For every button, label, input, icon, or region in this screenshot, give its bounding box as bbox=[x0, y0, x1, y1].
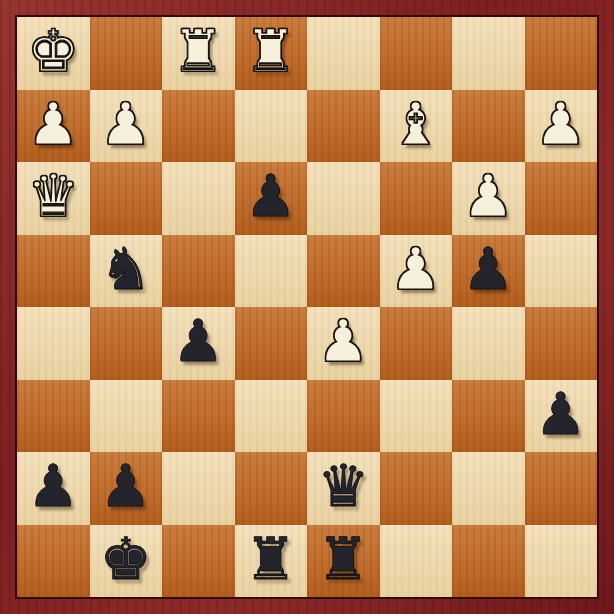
square-d6[interactable]: ♟ bbox=[235, 162, 308, 235]
black-rook-piece[interactable]: ♜ bbox=[245, 530, 297, 588]
white-pawn-piece[interactable]: ♟ bbox=[390, 240, 442, 298]
black-pawn-piece[interactable]: ♟ bbox=[535, 385, 587, 443]
square-f8[interactable] bbox=[380, 17, 453, 90]
black-pawn-piece[interactable]: ♟ bbox=[245, 167, 297, 225]
square-d7[interactable] bbox=[235, 90, 308, 163]
black-knight-piece[interactable]: ♞ bbox=[100, 240, 152, 298]
square-b2[interactable]: ♟ bbox=[90, 452, 163, 525]
square-d4[interactable] bbox=[235, 307, 308, 380]
square-a6[interactable]: ♛ bbox=[17, 162, 90, 235]
black-rook-piece[interactable]: ♜ bbox=[317, 530, 369, 588]
square-c2[interactable] bbox=[162, 452, 235, 525]
square-e7[interactable] bbox=[307, 90, 380, 163]
square-c8[interactable]: ♜ bbox=[162, 17, 235, 90]
square-c5[interactable] bbox=[162, 235, 235, 308]
white-pawn-piece[interactable]: ♟ bbox=[462, 167, 514, 225]
square-h6[interactable] bbox=[525, 162, 598, 235]
square-c4[interactable]: ♟ bbox=[162, 307, 235, 380]
square-a1[interactable] bbox=[17, 525, 90, 598]
square-c1[interactable] bbox=[162, 525, 235, 598]
black-pawn-piece[interactable]: ♟ bbox=[100, 457, 152, 515]
square-g5[interactable]: ♟ bbox=[452, 235, 525, 308]
square-f2[interactable] bbox=[380, 452, 453, 525]
white-pawn-piece[interactable]: ♟ bbox=[535, 95, 587, 153]
square-h8[interactable] bbox=[525, 17, 598, 90]
white-pawn-piece[interactable]: ♟ bbox=[27, 95, 79, 153]
square-e5[interactable] bbox=[307, 235, 380, 308]
square-a4[interactable] bbox=[17, 307, 90, 380]
square-f6[interactable] bbox=[380, 162, 453, 235]
square-c6[interactable] bbox=[162, 162, 235, 235]
board-frame: ♚♜♜♟♟♝♟♛♟♟♞♟♟♟♟♟♟♟♛♚♜♜ bbox=[0, 0, 614, 614]
square-h7[interactable]: ♟ bbox=[525, 90, 598, 163]
square-g4[interactable] bbox=[452, 307, 525, 380]
white-pawn-piece[interactable]: ♟ bbox=[317, 312, 369, 370]
black-pawn-piece[interactable]: ♟ bbox=[27, 457, 79, 515]
chess-board: ♚♜♜♟♟♝♟♛♟♟♞♟♟♟♟♟♟♟♛♚♜♜ bbox=[15, 15, 599, 599]
white-rook-piece[interactable]: ♜ bbox=[172, 22, 224, 80]
square-d2[interactable] bbox=[235, 452, 308, 525]
square-e2[interactable]: ♛ bbox=[307, 452, 380, 525]
black-queen-piece[interactable]: ♛ bbox=[317, 457, 369, 515]
square-a2[interactable]: ♟ bbox=[17, 452, 90, 525]
square-d1[interactable]: ♜ bbox=[235, 525, 308, 598]
square-a5[interactable] bbox=[17, 235, 90, 308]
black-king-piece[interactable]: ♚ bbox=[100, 530, 152, 588]
square-h3[interactable]: ♟ bbox=[525, 380, 598, 453]
white-pawn-piece[interactable]: ♟ bbox=[100, 95, 152, 153]
square-d3[interactable] bbox=[235, 380, 308, 453]
square-g7[interactable] bbox=[452, 90, 525, 163]
square-b6[interactable] bbox=[90, 162, 163, 235]
square-h2[interactable] bbox=[525, 452, 598, 525]
square-e1[interactable]: ♜ bbox=[307, 525, 380, 598]
square-c3[interactable] bbox=[162, 380, 235, 453]
square-a7[interactable]: ♟ bbox=[17, 90, 90, 163]
square-f5[interactable]: ♟ bbox=[380, 235, 453, 308]
square-f4[interactable] bbox=[380, 307, 453, 380]
square-b4[interactable] bbox=[90, 307, 163, 380]
square-g3[interactable] bbox=[452, 380, 525, 453]
square-g2[interactable] bbox=[452, 452, 525, 525]
square-a8[interactable]: ♚ bbox=[17, 17, 90, 90]
square-e8[interactable] bbox=[307, 17, 380, 90]
square-f1[interactable] bbox=[380, 525, 453, 598]
square-e3[interactable] bbox=[307, 380, 380, 453]
black-pawn-piece[interactable]: ♟ bbox=[462, 240, 514, 298]
square-d5[interactable] bbox=[235, 235, 308, 308]
square-b3[interactable] bbox=[90, 380, 163, 453]
square-e4[interactable]: ♟ bbox=[307, 307, 380, 380]
square-h1[interactable] bbox=[525, 525, 598, 598]
square-c7[interactable] bbox=[162, 90, 235, 163]
square-h4[interactable] bbox=[525, 307, 598, 380]
square-a3[interactable] bbox=[17, 380, 90, 453]
square-g8[interactable] bbox=[452, 17, 525, 90]
white-king-piece[interactable]: ♚ bbox=[27, 22, 79, 80]
square-g6[interactable]: ♟ bbox=[452, 162, 525, 235]
square-f3[interactable] bbox=[380, 380, 453, 453]
square-d8[interactable]: ♜ bbox=[235, 17, 308, 90]
black-pawn-piece[interactable]: ♟ bbox=[172, 312, 224, 370]
square-e6[interactable] bbox=[307, 162, 380, 235]
square-g1[interactable] bbox=[452, 525, 525, 598]
square-b5[interactable]: ♞ bbox=[90, 235, 163, 308]
square-b7[interactable]: ♟ bbox=[90, 90, 163, 163]
white-queen-piece[interactable]: ♛ bbox=[27, 167, 79, 225]
square-f7[interactable]: ♝ bbox=[380, 90, 453, 163]
white-bishop-piece[interactable]: ♝ bbox=[390, 95, 442, 153]
square-b8[interactable] bbox=[90, 17, 163, 90]
square-h5[interactable] bbox=[525, 235, 598, 308]
white-rook-piece[interactable]: ♜ bbox=[245, 22, 297, 80]
square-b1[interactable]: ♚ bbox=[90, 525, 163, 598]
